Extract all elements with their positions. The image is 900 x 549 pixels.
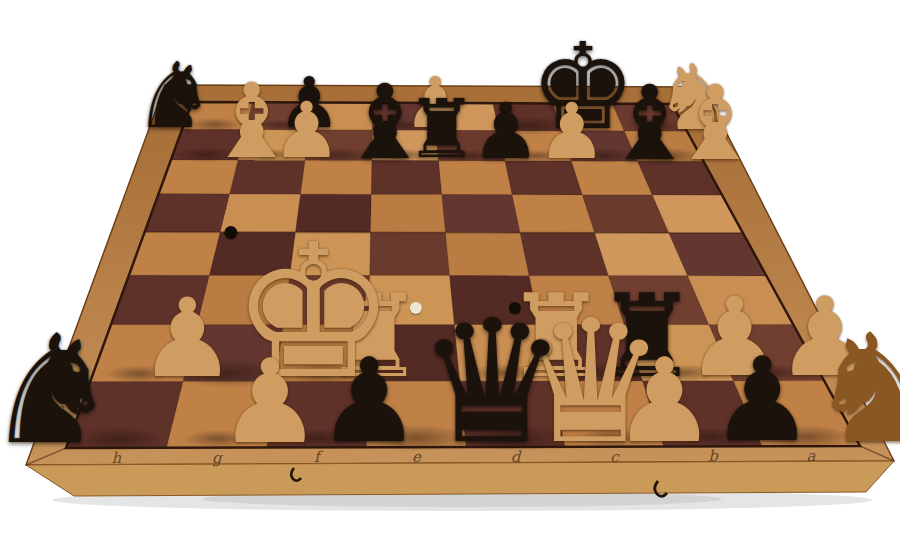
chessboard-photo: hgfedcba8 ♞♚♟♟♞♝♝♟♟♜♝♟♝♟♟♜♜♜♚♟♞♟♟♛♛♟♟♞: [0, 0, 900, 549]
finial-ball-black: [224, 226, 237, 239]
square-c4[interactable]: [512, 195, 595, 233]
square-d4[interactable]: [442, 195, 520, 233]
finial-ball-white: [410, 302, 422, 314]
